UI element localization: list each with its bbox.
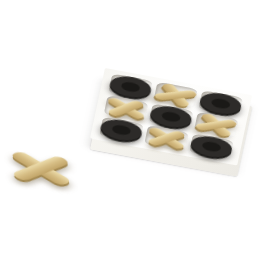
product-photo-scene: [0, 0, 278, 278]
off-board-piece-wrap: [6, 147, 76, 190]
piece-x[interactable]: [7, 149, 74, 189]
piece-x[interactable]: [145, 125, 187, 151]
